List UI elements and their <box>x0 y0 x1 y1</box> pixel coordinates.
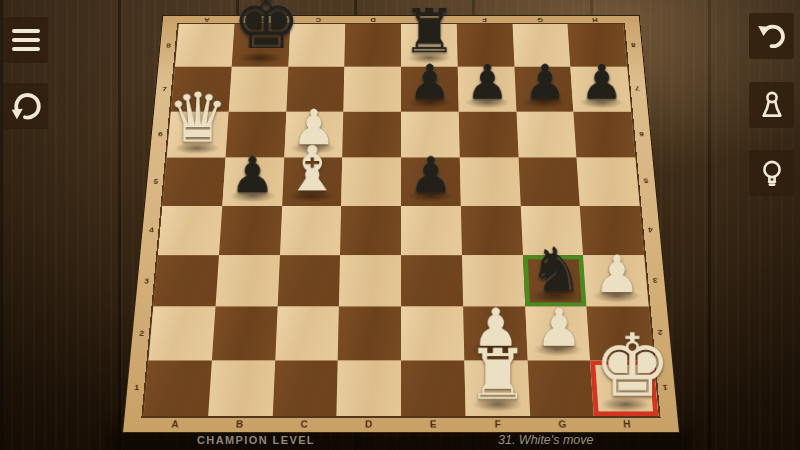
coordinate-label: F <box>465 416 530 432</box>
rotate-board-button[interactable] <box>3 83 48 129</box>
square-g6[interactable] <box>516 112 577 158</box>
square-b7[interactable] <box>228 67 288 112</box>
move-status-label: 31. White's move <box>498 433 593 447</box>
square-f6[interactable] <box>459 112 519 158</box>
square-f4[interactable] <box>461 206 523 256</box>
black-pawn-g7[interactable]: ♟ <box>516 59 573 107</box>
square-h6[interactable] <box>574 112 636 158</box>
black-pawn-f7[interactable]: ♟ <box>458 59 515 107</box>
coordinate-label: E <box>401 416 466 432</box>
square-a8[interactable] <box>175 24 234 67</box>
square-a2[interactable] <box>149 307 216 361</box>
square-c3[interactable] <box>277 255 340 307</box>
black-knight-g3[interactable]: ♞ <box>525 240 587 301</box>
hamburger-icon <box>12 29 40 52</box>
white-queen-a6[interactable]: ♛ <box>167 84 225 153</box>
undo-arrow-icon <box>755 19 789 53</box>
square-b2[interactable] <box>212 307 278 361</box>
pawn-outline-icon <box>756 89 788 121</box>
coordinate-label: B <box>234 16 290 24</box>
black-pawn-e7[interactable]: ♟ <box>401 59 458 107</box>
white-pawn-g2[interactable]: ♟ <box>527 302 590 355</box>
square-b3[interactable] <box>215 255 279 307</box>
square-d5[interactable] <box>341 158 401 206</box>
coordinate-label: 8 <box>623 24 643 67</box>
white-bishop-c5[interactable]: ♝ <box>282 138 342 201</box>
square-c1[interactable] <box>272 360 338 416</box>
coordinate-label: D <box>345 16 401 24</box>
black-king-b8[interactable]: ♚ <box>232 0 288 62</box>
square-a4[interactable] <box>158 206 222 256</box>
coordinate-label: C <box>272 416 337 432</box>
coordinate-label: 5 <box>635 158 657 206</box>
coordinate-label: E <box>401 16 457 24</box>
coordinate-label: H <box>567 16 623 24</box>
coordinate-label: A <box>179 16 235 24</box>
board-grid: ♚♜♟♟♟♟♛♟♟♝♟♞♟♟♟♜♚ <box>144 24 659 416</box>
square-d8[interactable] <box>344 24 401 67</box>
square-e3[interactable] <box>401 255 463 307</box>
square-f1[interactable]: ♜ <box>464 360 530 416</box>
square-a3[interactable] <box>153 255 218 307</box>
coordinate-label: A <box>142 416 208 432</box>
square-h3[interactable]: ♟ <box>583 255 648 307</box>
hint-button[interactable] <box>749 150 794 196</box>
file-labels-bottom: ABCDEFGH <box>142 416 660 432</box>
white-pawn-h3[interactable]: ♟ <box>586 249 648 301</box>
square-f7[interactable]: ♟ <box>458 67 517 112</box>
square-g2[interactable]: ♟ <box>525 307 591 361</box>
menu-button[interactable] <box>3 17 48 63</box>
undo-move-button[interactable] <box>749 13 794 59</box>
square-c2[interactable] <box>275 307 339 361</box>
black-pawn-h7[interactable]: ♟ <box>573 59 630 107</box>
coordinate-label: 3 <box>644 255 667 307</box>
square-d4[interactable] <box>340 206 401 256</box>
coordinate-label: 7 <box>627 67 648 112</box>
file-labels-top: ABCDEFGH <box>179 16 623 24</box>
white-king-h1[interactable]: ♚ <box>594 322 658 409</box>
coordinate-label: 4 <box>640 206 662 256</box>
coordinate-label: B <box>207 416 272 432</box>
coordinate-label: G <box>530 416 595 432</box>
coordinate-label: 6 <box>631 112 652 158</box>
opponent-mode-button[interactable] <box>749 82 794 128</box>
coordinate-label: G <box>512 16 568 24</box>
square-c4[interactable] <box>279 206 341 256</box>
square-b1[interactable] <box>208 360 275 416</box>
square-b8[interactable]: ♚ <box>231 24 289 67</box>
square-e4[interactable] <box>401 206 462 256</box>
coordinate-label: 1 <box>653 360 677 416</box>
coordinate-label: H <box>594 416 660 432</box>
square-d3[interactable] <box>339 255 401 307</box>
square-e2[interactable] <box>401 307 464 361</box>
level-label: CHAMPION LEVEL <box>197 434 315 446</box>
board-drop-shadow <box>108 430 692 450</box>
black-rook-e8[interactable]: ♜ <box>401 1 457 62</box>
white-rook-f1[interactable]: ♜ <box>465 340 529 409</box>
coordinate-label: F <box>456 16 512 24</box>
square-h5[interactable] <box>577 158 640 206</box>
square-b4[interactable] <box>219 206 282 256</box>
square-b5[interactable]: ♟ <box>222 158 284 206</box>
square-f5[interactable] <box>460 158 521 206</box>
coordinate-label: D <box>336 416 401 432</box>
square-e5[interactable]: ♟ <box>401 158 461 206</box>
square-a1[interactable] <box>144 360 212 416</box>
square-h1[interactable]: ♚ <box>590 360 658 416</box>
chess-board: ABCDEFGH ABCDEFGH 87654321 87654321 ♚♜♟♟… <box>122 15 680 433</box>
square-e7[interactable]: ♟ <box>401 67 459 112</box>
square-d7[interactable] <box>343 67 401 112</box>
square-g5[interactable] <box>518 158 580 206</box>
square-d6[interactable] <box>342 112 401 158</box>
square-a5[interactable] <box>162 158 225 206</box>
square-a6[interactable]: ♛ <box>167 112 229 158</box>
square-d2[interactable] <box>338 307 401 361</box>
coordinate-label: C <box>290 16 346 24</box>
black-pawn-e5[interactable]: ♟ <box>401 151 461 201</box>
rotate-icon <box>9 89 43 123</box>
square-g1[interactable] <box>527 360 594 416</box>
lightbulb-icon <box>756 157 788 189</box>
black-pawn-b5[interactable]: ♟ <box>222 151 282 201</box>
square-e1[interactable] <box>401 360 465 416</box>
square-d1[interactable] <box>337 360 401 416</box>
square-g7[interactable]: ♟ <box>514 67 574 112</box>
board-frame: ABCDEFGH ABCDEFGH 87654321 87654321 ♚♜♟♟… <box>122 15 680 433</box>
square-c5[interactable]: ♝ <box>282 158 343 206</box>
square-h7[interactable]: ♟ <box>571 67 632 112</box>
